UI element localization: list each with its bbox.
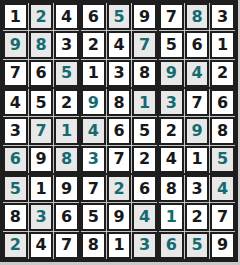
cell-r3c8[interactable]: 4 xyxy=(185,60,210,87)
box-2: 659247138 xyxy=(81,3,157,87)
cell-r3c4[interactable]: 1 xyxy=(81,60,106,87)
cell-r5c3[interactable]: 1 xyxy=(54,117,79,144)
cell-r2c6[interactable]: 7 xyxy=(132,31,157,58)
cell-r3c1[interactable]: 7 xyxy=(3,60,28,87)
sudoku-board: 1249837656592471387835619424523716989814… xyxy=(0,0,238,262)
cell-r1c3[interactable]: 4 xyxy=(54,3,79,30)
cell-r2c9[interactable]: 1 xyxy=(210,31,235,58)
cell-r4c9[interactable]: 6 xyxy=(210,89,235,116)
cell-r6c8[interactable]: 1 xyxy=(185,146,210,173)
box-5: 981465372 xyxy=(81,89,157,173)
cell-r6c7[interactable]: 4 xyxy=(159,146,184,173)
cell-r4c4[interactable]: 9 xyxy=(81,89,106,116)
cell-r6c1[interactable]: 6 xyxy=(3,146,28,173)
cell-r8c9[interactable]: 7 xyxy=(210,203,235,230)
cell-r5c6[interactable]: 5 xyxy=(132,117,157,144)
cell-r6c2[interactable]: 9 xyxy=(29,146,54,173)
cell-r4c5[interactable]: 8 xyxy=(107,89,132,116)
cell-r8c3[interactable]: 6 xyxy=(54,203,79,230)
cell-r4c7[interactable]: 3 xyxy=(159,89,184,116)
box-7: 519836247 xyxy=(3,175,79,259)
cell-r6c6[interactable]: 2 xyxy=(132,146,157,173)
cell-r7c4[interactable]: 7 xyxy=(81,175,106,202)
cell-r9c6[interactable]: 3 xyxy=(132,232,157,259)
cell-r7c1[interactable]: 5 xyxy=(3,175,28,202)
cell-r1c5[interactable]: 5 xyxy=(107,3,132,30)
cell-r2c5[interactable]: 4 xyxy=(107,31,132,58)
box-8: 726594813 xyxy=(81,175,157,259)
cell-r7c2[interactable]: 1 xyxy=(29,175,54,202)
cell-r6c9[interactable]: 5 xyxy=(210,146,235,173)
cell-r4c1[interactable]: 4 xyxy=(3,89,28,116)
cell-r2c2[interactable]: 8 xyxy=(29,31,54,58)
cell-r2c8[interactable]: 6 xyxy=(185,31,210,58)
cell-r4c3[interactable]: 2 xyxy=(54,89,79,116)
cell-r3c3[interactable]: 5 xyxy=(54,60,79,87)
cell-r2c1[interactable]: 9 xyxy=(3,31,28,58)
cell-r4c2[interactable]: 5 xyxy=(29,89,54,116)
cell-r7c3[interactable]: 9 xyxy=(54,175,79,202)
cell-r5c8[interactable]: 9 xyxy=(185,117,210,144)
cell-r3c9[interactable]: 2 xyxy=(210,60,235,87)
cell-r8c2[interactable]: 3 xyxy=(29,203,54,230)
cell-r1c8[interactable]: 8 xyxy=(185,3,210,30)
box-6: 376298415 xyxy=(159,89,235,173)
cell-r1c1[interactable]: 1 xyxy=(3,3,28,30)
cell-r9c9[interactable]: 9 xyxy=(210,232,235,259)
cell-r7c8[interactable]: 3 xyxy=(185,175,210,202)
cell-r3c2[interactable]: 6 xyxy=(29,60,54,87)
cell-r1c7[interactable]: 7 xyxy=(159,3,184,30)
box-1: 124983765 xyxy=(3,3,79,87)
cell-r6c5[interactable]: 7 xyxy=(107,146,132,173)
cell-r9c4[interactable]: 8 xyxy=(81,232,106,259)
cell-r8c4[interactable]: 5 xyxy=(81,203,106,230)
cell-r6c3[interactable]: 8 xyxy=(54,146,79,173)
cell-r5c7[interactable]: 2 xyxy=(159,117,184,144)
cell-r2c3[interactable]: 3 xyxy=(54,31,79,58)
cell-r4c6[interactable]: 1 xyxy=(132,89,157,116)
cell-r1c4[interactable]: 6 xyxy=(81,3,106,30)
cell-r2c4[interactable]: 2 xyxy=(81,31,106,58)
cell-r9c2[interactable]: 4 xyxy=(29,232,54,259)
cell-r9c3[interactable]: 7 xyxy=(54,232,79,259)
cell-r5c4[interactable]: 4 xyxy=(81,117,106,144)
cell-r9c7[interactable]: 6 xyxy=(159,232,184,259)
cell-r7c6[interactable]: 6 xyxy=(132,175,157,202)
cell-r7c9[interactable]: 4 xyxy=(210,175,235,202)
cell-r5c9[interactable]: 8 xyxy=(210,117,235,144)
box-9: 834127659 xyxy=(159,175,235,259)
box-3: 783561942 xyxy=(159,3,235,87)
cell-r2c7[interactable]: 5 xyxy=(159,31,184,58)
box-4: 452371698 xyxy=(3,89,79,173)
cell-r1c6[interactable]: 9 xyxy=(132,3,157,30)
cell-r9c8[interactable]: 5 xyxy=(185,232,210,259)
cell-r7c5[interactable]: 2 xyxy=(107,175,132,202)
cell-r1c9[interactable]: 3 xyxy=(210,3,235,30)
cell-r5c1[interactable]: 3 xyxy=(3,117,28,144)
cell-r8c7[interactable]: 1 xyxy=(159,203,184,230)
cell-r6c4[interactable]: 3 xyxy=(81,146,106,173)
cell-r8c5[interactable]: 9 xyxy=(107,203,132,230)
cell-r9c1[interactable]: 2 xyxy=(3,232,28,259)
cell-r1c2[interactable]: 2 xyxy=(29,3,54,30)
cell-r8c8[interactable]: 2 xyxy=(185,203,210,230)
cell-r8c6[interactable]: 4 xyxy=(132,203,157,230)
cell-r9c5[interactable]: 1 xyxy=(107,232,132,259)
cell-r7c7[interactable]: 8 xyxy=(159,175,184,202)
cell-r8c1[interactable]: 8 xyxy=(3,203,28,230)
cell-r5c5[interactable]: 6 xyxy=(107,117,132,144)
cell-r3c7[interactable]: 9 xyxy=(159,60,184,87)
cell-r4c8[interactable]: 7 xyxy=(185,89,210,116)
cell-r3c5[interactable]: 3 xyxy=(107,60,132,87)
cell-r3c6[interactable]: 8 xyxy=(132,60,157,87)
cell-r5c2[interactable]: 7 xyxy=(29,117,54,144)
